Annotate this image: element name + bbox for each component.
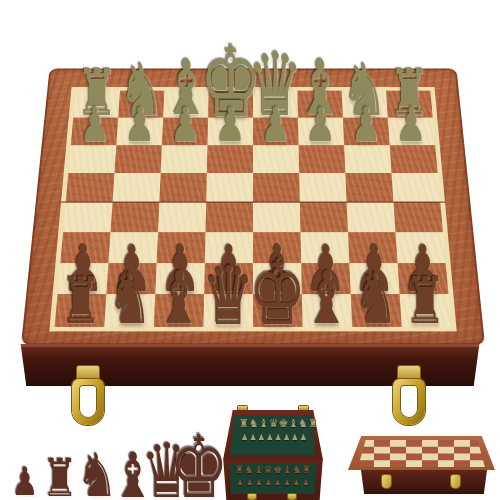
square-b8 [118,91,164,118]
case-pawn: ♟ [258,434,265,442]
case-queen: ♛ [269,418,279,429]
square-f2 [301,263,351,295]
square-f5 [299,173,346,202]
case-pawn: ♟ [275,480,281,487]
square-e5 [253,173,300,202]
square-d4 [206,202,253,232]
case-bishop: ♝ [259,418,269,429]
case-pawn: ♟ [241,434,248,442]
case-latch-right [288,494,296,500]
clasp-left [71,366,105,428]
case-pawn: ♟ [249,434,256,442]
closed-case-latch-right [451,475,460,488]
square-f4 [300,202,348,232]
square-d8 [208,91,253,118]
chess-board-scene [21,0,485,345]
square-h8 [386,91,433,118]
square-c8 [163,91,209,118]
square-h6 [390,145,438,173]
case-rook: ♜ [302,465,311,475]
front-edge-highlight [15,344,485,347]
square-c6 [161,145,208,173]
case-pawn: ♟ [300,434,307,442]
square-h5 [392,173,441,202]
square-d5 [206,173,253,202]
square-d3 [205,232,253,263]
square-c5 [159,173,206,202]
square-f6 [299,145,346,173]
sample-piece-rook: ♜ [42,452,78,500]
case-bishop: ♝ [283,465,292,475]
square-a8 [73,91,120,118]
clasp-left-hole [79,385,97,418]
base-major-pieces-row: ♜♞♝♛♚♝♞♜ [235,465,311,475]
square-a3 [60,232,110,263]
case-pawn: ♟ [246,480,252,487]
case-pawn: ♟ [265,480,271,487]
case-latch-left [248,494,256,500]
square-c7 [162,117,208,144]
square-e6 [253,145,299,173]
case-pawn: ♟ [237,480,243,487]
square-a2 [58,263,109,295]
closed-folded-case [348,432,495,494]
case-bishop: ♝ [254,465,263,475]
case-king: ♚ [279,418,289,429]
lid-major-pieces-row: ♜♞♝♛♚♝♞♜ [239,418,307,429]
square-e1 [253,294,303,327]
square-d1 [203,294,253,327]
case-knight: ♞ [245,465,254,475]
board-fold-seam [61,201,445,203]
square-c2 [155,263,205,295]
square-b2 [106,263,156,295]
case-pawn: ♟ [275,434,282,442]
square-e2 [253,263,302,295]
product-photo: ♜♞♝♚♛♝♞♜♟♟♟♟♟♟♟♟♟♟♟♟♟♟♟♟♜♞♝♛♚♝♞♜ ♟♜♞♝♛♚ … [0,0,500,500]
square-h2 [398,263,449,295]
square-g7 [343,117,390,144]
square-b1 [104,294,155,327]
square-g6 [344,145,391,173]
case-rook: ♜ [239,418,249,429]
square-d6 [207,145,253,173]
case-pawn: ♟ [256,480,262,487]
square-g5 [345,173,393,202]
case-queen: ♛ [264,465,273,475]
clasp-right-hole [400,385,418,418]
square-a7 [71,117,118,144]
chess-board-grid [55,91,452,327]
case-knight: ♞ [292,465,301,475]
square-b3 [108,232,158,263]
case-pawn: ♟ [291,434,298,442]
board-field [49,87,457,331]
lid-pawns-row: ♟♟♟♟♟♟♟♟ [241,434,307,442]
square-h7 [388,117,435,144]
square-e3 [253,232,301,263]
square-g4 [347,202,396,232]
square-a1 [55,294,107,327]
square-b4 [111,202,160,232]
open-storage-case: ♜♞♝♛♚♝♞♜ ♟♟♟♟♟♟♟♟ ♜♞♝♛♚♝♞♜ ♟♟♟♟♟♟♟♟ [220,406,326,500]
case-rook: ♜ [235,465,244,475]
square-f7 [298,117,344,144]
square-h4 [393,202,442,232]
case-knight: ♞ [298,418,308,429]
square-h3 [395,232,445,263]
case-pawn: ♟ [293,480,299,487]
case-pawn: ♟ [303,480,309,487]
square-b6 [114,145,161,173]
closed-case-checkerboard-top [358,440,485,467]
square-a4 [63,202,112,232]
square-c1 [154,294,204,327]
square-c4 [158,202,206,232]
base-pawns-row: ♟♟♟♟♟♟♟♟ [237,480,309,487]
square-a5 [66,173,115,202]
case-pawn: ♟ [283,434,290,442]
clasp-right [392,366,426,428]
closed-case-latch-left [382,475,391,488]
square-g8 [342,91,388,118]
case-pawn: ♟ [266,434,273,442]
square-e8 [253,91,298,118]
square-g1 [351,294,402,327]
closed-case-front-face [361,470,487,494]
sample-piece-pawn: ♟ [12,462,39,500]
square-f1 [302,294,352,327]
case-bishop: ♝ [288,418,298,429]
square-d7 [207,117,253,144]
case-rook: ♜ [308,418,318,429]
square-f8 [297,91,343,118]
square-g2 [349,263,399,295]
square-a6 [68,145,116,173]
board-wood-frame [21,69,485,345]
square-g3 [348,232,398,263]
case-pawn: ♟ [284,480,290,487]
square-b7 [116,117,163,144]
square-e4 [253,202,300,232]
case-king: ♚ [273,465,282,475]
square-f3 [300,232,349,263]
square-e7 [253,117,299,144]
case-knight: ♞ [249,418,259,429]
square-h1 [400,294,452,327]
square-c3 [157,232,206,263]
sample-piece-lineup: ♟♜♞♝♛♚ [0,420,215,500]
square-d2 [204,263,253,295]
square-b5 [113,173,161,202]
